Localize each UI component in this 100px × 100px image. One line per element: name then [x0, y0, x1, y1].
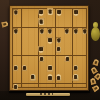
piece-gote-5d[interactable]: 銀	[47, 37, 53, 44]
piece-kanji: 歩	[74, 29, 78, 33]
piece-kanji: 金	[57, 10, 61, 14]
shogi-board[interactable]: 香金玉金桂角歩歩歩歩歩歩銀歩桂歩歩歩歩歩銀歩角金金玉香	[9, 5, 89, 91]
table-surface-right	[88, 0, 100, 100]
piece-kanji: 歩	[22, 66, 26, 70]
fan-markings	[40, 93, 53, 94]
piece-gote-2c[interactable]: 歩	[73, 28, 78, 34]
piece-kanji: 歩	[65, 29, 69, 33]
piece-kanji: 香	[14, 85, 18, 89]
folded-fan	[26, 93, 70, 96]
piece-kanji: 歩	[14, 29, 18, 33]
piece-kanji: 歩	[57, 38, 61, 42]
piece-kanji: 金	[39, 10, 43, 14]
piece-kanji: 角	[39, 19, 43, 23]
pouch-body	[91, 27, 100, 41]
kanji-ink	[91, 79, 94, 83]
piece-gote-9c[interactable]: 歩	[13, 28, 18, 34]
piece-kanji: 歩	[39, 57, 43, 61]
piece-kanji: 玉	[74, 75, 78, 79]
kanji-ink	[94, 60, 98, 64]
piece-kanji: 香	[14, 10, 18, 14]
piece-kanji: 歩	[82, 29, 86, 33]
piece-kanji: 歩	[14, 66, 18, 70]
table-surface-left	[0, 0, 9, 92]
kanji-ink	[92, 68, 96, 72]
kanji-ink	[96, 74, 100, 78]
photo-scene: 香金玉金桂角歩歩歩歩歩歩銀歩桂歩歩歩歩歩銀歩角金金玉香	[0, 0, 100, 100]
piece-kanji: 歩	[57, 47, 61, 51]
piece-kanji: 桂	[39, 48, 43, 52]
piece-kanji: 桂	[74, 10, 78, 14]
piece-kanji: 玉	[48, 10, 52, 14]
piece-kanji: 歩	[65, 57, 69, 61]
piece-kanji: 金	[57, 76, 61, 80]
piece-kanji: 角	[31, 75, 35, 79]
piece-kanji: 歩	[48, 29, 52, 33]
piece-kanji: 銀	[48, 66, 52, 70]
kanji-ink	[3, 23, 7, 26]
kanji-ink	[94, 86, 98, 90]
piece-kanji: 歩	[74, 66, 78, 70]
piece-kanji: 金	[48, 76, 52, 80]
piece-pouch	[90, 22, 100, 42]
piece-kanji: 銀	[48, 38, 52, 42]
piece-kanji: 歩	[39, 29, 43, 33]
